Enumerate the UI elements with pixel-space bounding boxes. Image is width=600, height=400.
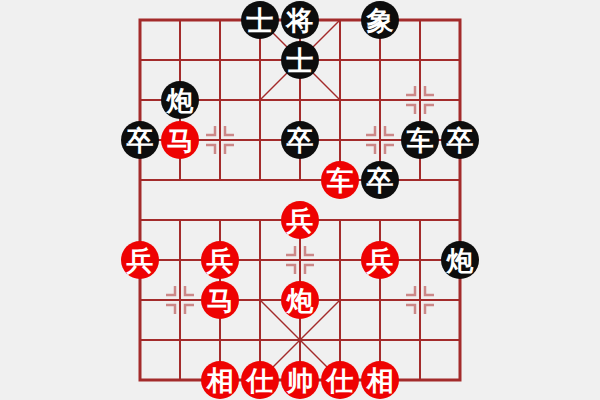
piece-red-elephant[interactable]: 相 — [361, 361, 399, 399]
piece-red-horse[interactable]: 马 — [201, 281, 239, 319]
piece-red-elephant[interactable]: 相 — [201, 361, 239, 399]
piece-black-advisor[interactable]: 士 — [281, 41, 319, 79]
piece-black-soldier[interactable]: 卒 — [441, 121, 479, 159]
piece-red-cannon[interactable]: 炮 — [281, 281, 319, 319]
piece-black-soldier[interactable]: 卒 — [281, 121, 319, 159]
pieces-grid: 士将象士炮卒卒车卒卒炮马车兵兵兵兵马炮相仕帅仕相 — [120, 0, 480, 400]
piece-black-general[interactable]: 将 — [281, 1, 319, 39]
piece-black-elephant[interactable]: 象 — [361, 1, 399, 39]
xiangqi-board: 士将象士炮卒卒车卒卒炮马车兵兵兵兵马炮相仕帅仕相 — [0, 0, 600, 400]
piece-red-general[interactable]: 帅 — [281, 361, 319, 399]
xiangqi-app: 士将象士炮卒卒车卒卒炮马车兵兵兵兵马炮相仕帅仕相 — [0, 0, 600, 400]
piece-red-advisor[interactable]: 仕 — [321, 361, 359, 399]
piece-red-chariot[interactable]: 车 — [321, 161, 359, 199]
piece-black-advisor[interactable]: 士 — [241, 1, 279, 39]
piece-black-cannon[interactable]: 炮 — [161, 81, 199, 119]
piece-red-soldier[interactable]: 兵 — [281, 201, 319, 239]
piece-red-soldier[interactable]: 兵 — [121, 241, 159, 279]
piece-black-soldier[interactable]: 卒 — [361, 161, 399, 199]
piece-red-horse[interactable]: 马 — [161, 121, 199, 159]
piece-black-soldier[interactable]: 卒 — [121, 121, 159, 159]
piece-black-cannon[interactable]: 炮 — [441, 241, 479, 279]
piece-red-soldier[interactable]: 兵 — [361, 241, 399, 279]
piece-red-advisor[interactable]: 仕 — [241, 361, 279, 399]
piece-red-soldier[interactable]: 兵 — [201, 241, 239, 279]
piece-black-chariot[interactable]: 车 — [401, 121, 439, 159]
